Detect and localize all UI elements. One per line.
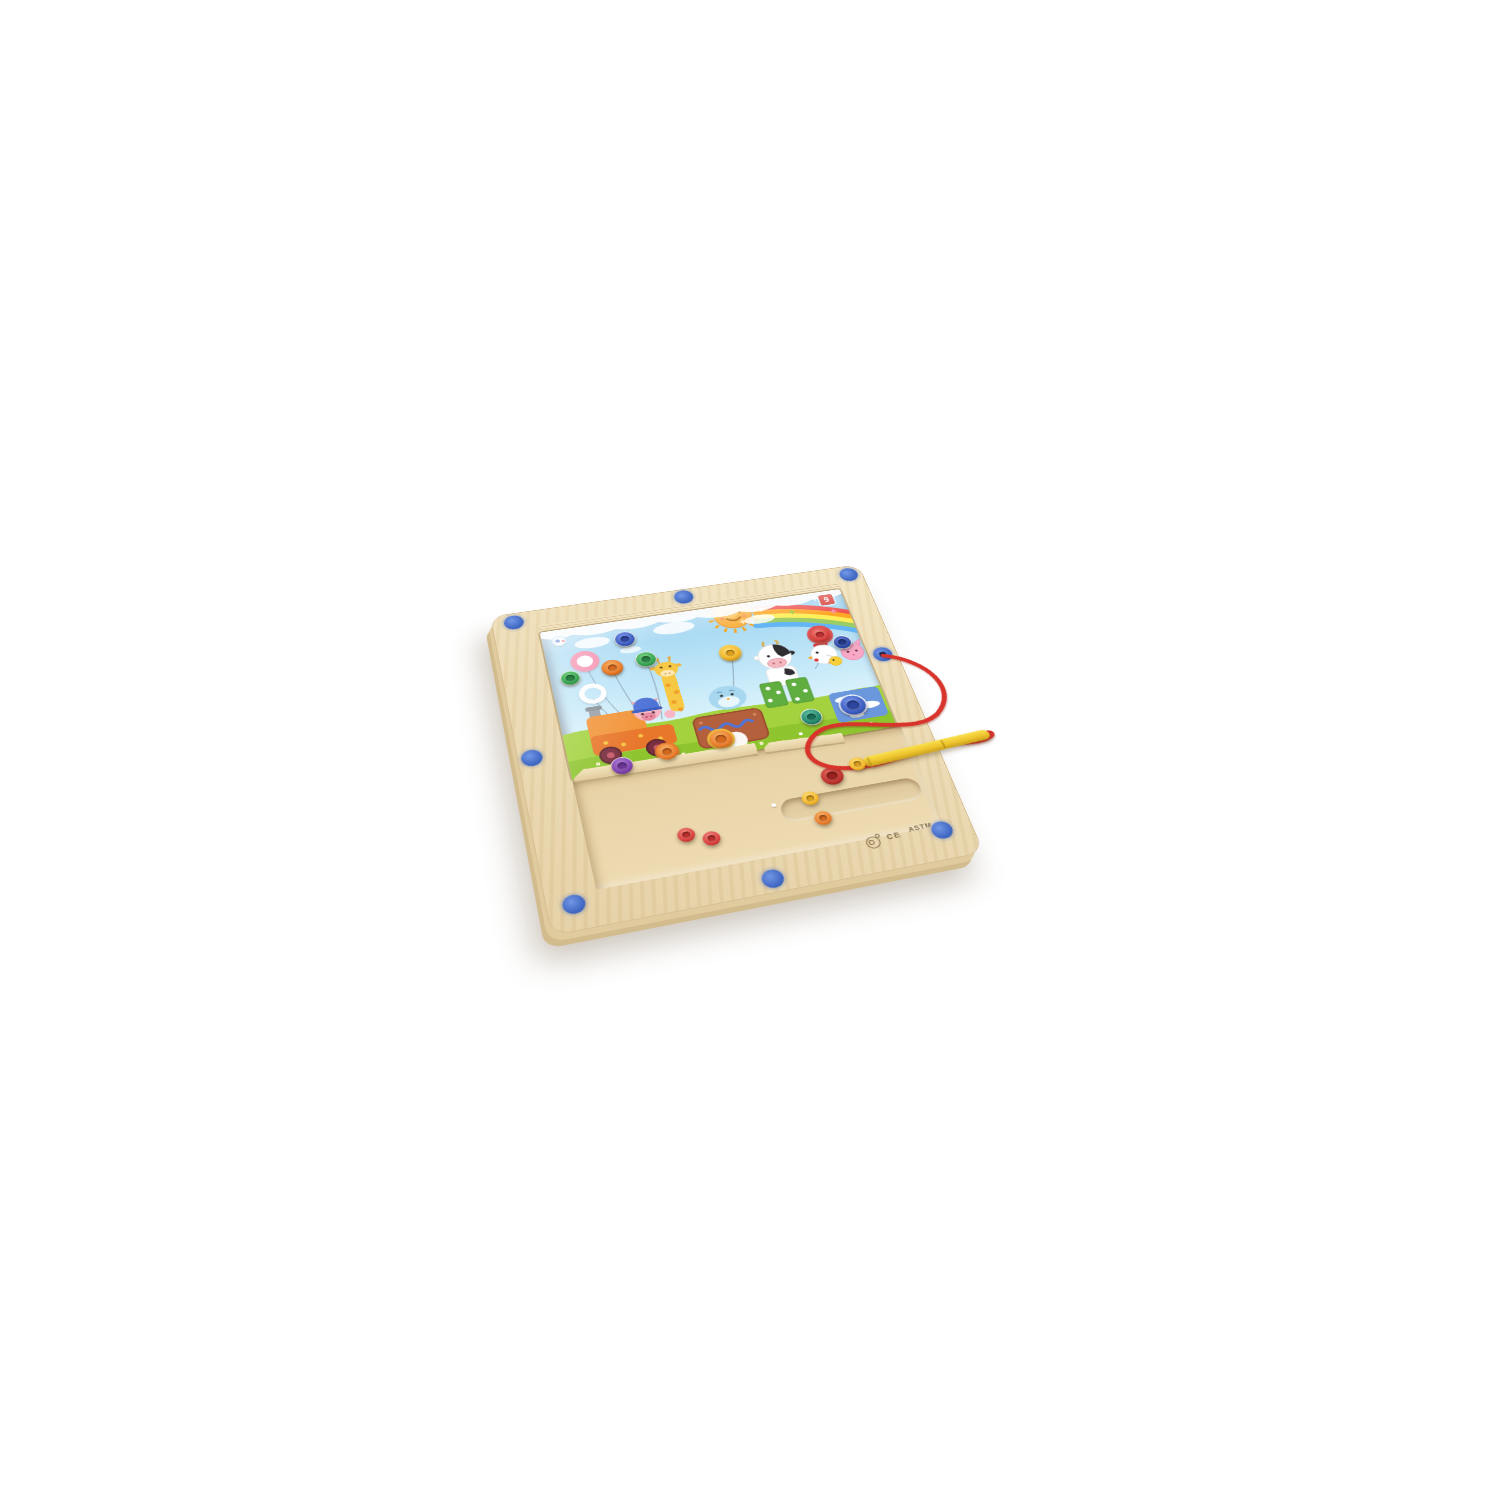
cord-grommet <box>871 646 895 662</box>
ce-mark: CE <box>885 830 903 841</box>
cow-icon <box>746 638 815 708</box>
corner-bumper <box>520 748 544 767</box>
corner-bumper <box>561 893 587 916</box>
corner-bumper <box>759 868 786 890</box>
brand-logo-stamp <box>864 835 883 850</box>
board-surface: 9 CE ASTM <box>491 565 983 935</box>
corner-bumper <box>929 820 956 840</box>
corner-bumper <box>503 614 525 630</box>
product-photo-page: 9 CE ASTM <box>0 0 1500 1500</box>
corner-bumper <box>837 567 860 582</box>
